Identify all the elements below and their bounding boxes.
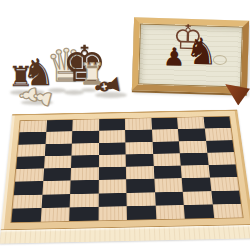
board-square	[208, 164, 237, 177]
board-square	[72, 119, 98, 131]
board-square	[211, 190, 241, 204]
board-square	[11, 208, 41, 222]
board-square	[126, 154, 154, 167]
board-square	[155, 191, 184, 205]
board-square	[70, 180, 98, 194]
board-square	[209, 177, 239, 191]
board-square	[46, 120, 73, 132]
board-square	[207, 152, 236, 165]
board-square	[71, 155, 99, 168]
board-square	[71, 143, 98, 156]
board-square	[99, 119, 125, 131]
board-square	[70, 193, 99, 207]
board-square	[180, 153, 208, 166]
board-square	[19, 120, 46, 132]
board-square	[177, 117, 204, 129]
board-square	[153, 153, 181, 166]
board-square	[181, 165, 210, 178]
board-square	[184, 204, 214, 218]
board-square	[206, 140, 234, 153]
board-square	[182, 178, 211, 192]
board-square	[155, 205, 185, 219]
board-square	[183, 191, 213, 205]
board-square	[99, 142, 126, 155]
board-square	[42, 181, 71, 195]
board-square	[152, 141, 180, 154]
board-square	[44, 143, 72, 156]
board-square	[152, 129, 179, 141]
board-square	[41, 194, 70, 208]
board-square	[69, 207, 98, 221]
board-square	[99, 130, 126, 142]
board-square	[125, 142, 152, 155]
board-square	[72, 131, 99, 143]
board-square	[203, 117, 231, 129]
board-square	[98, 179, 126, 193]
board-square	[45, 131, 72, 143]
board-tilt	[0, 0, 250, 250]
board-square	[13, 194, 42, 208]
board-square	[16, 156, 44, 169]
board-square	[179, 140, 207, 153]
board-square	[127, 205, 156, 219]
board-square	[15, 168, 44, 181]
board-square	[71, 167, 99, 180]
board-square	[154, 178, 183, 192]
board-square	[14, 181, 43, 195]
board-square	[18, 132, 45, 144]
board-square	[125, 130, 152, 142]
board-square	[44, 155, 72, 168]
board-square	[98, 167, 126, 180]
chessboard	[0, 110, 250, 244]
board-square	[98, 154, 125, 167]
board-square	[126, 166, 154, 179]
board-perspective	[0, 110, 250, 244]
board-square	[40, 207, 69, 221]
board-square	[125, 118, 152, 130]
board-grid	[11, 117, 242, 223]
board-square	[153, 166, 181, 179]
board-square	[126, 179, 154, 193]
board-square	[212, 204, 242, 218]
board-square	[98, 206, 127, 220]
board-square	[178, 129, 206, 141]
board-square	[126, 192, 155, 206]
product-photo: ♜ ♞ ♛ ♚ ♜ ♝ ♟ ♟ ♔ ♟ ♞	[0, 0, 250, 250]
board-square	[204, 128, 232, 140]
board-square	[43, 168, 71, 181]
board-square	[151, 118, 178, 130]
board-square	[17, 144, 45, 157]
board-square	[98, 193, 127, 207]
